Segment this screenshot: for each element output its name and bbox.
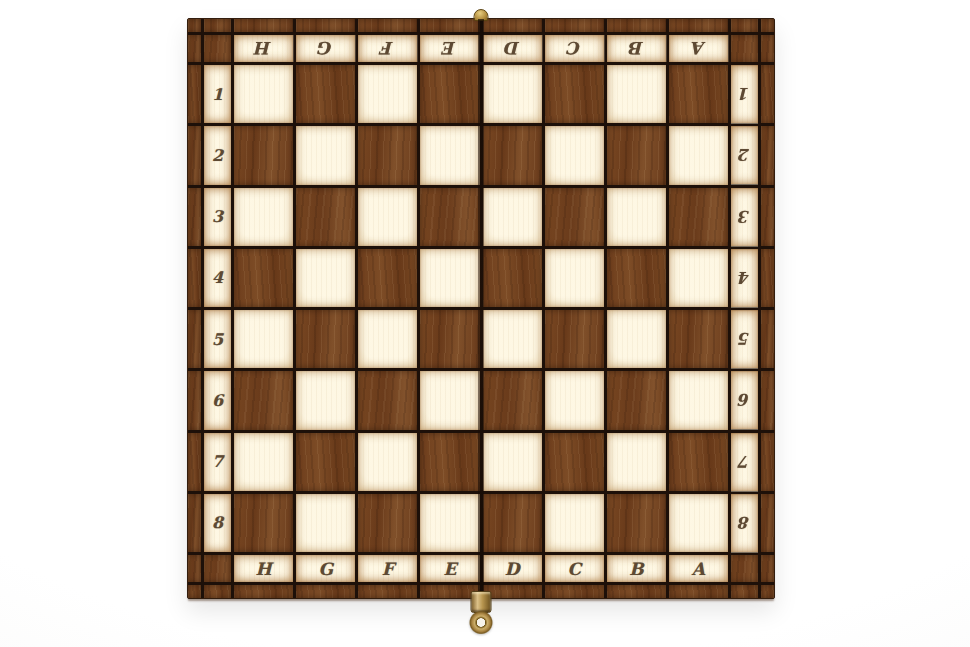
frame-rim-segment <box>761 126 774 184</box>
frame-rim-segment <box>761 19 774 32</box>
square-d4[interactable] <box>483 249 542 307</box>
rank-label-right-1: 1 <box>731 65 758 123</box>
frame-rim-segment <box>188 19 201 32</box>
rank-label-left-4: 4 <box>204 249 231 307</box>
file-label-top-d: D <box>483 35 542 62</box>
square-e5[interactable] <box>420 310 479 368</box>
square-f2[interactable] <box>358 126 417 184</box>
frame-corner <box>731 555 758 582</box>
square-b5[interactable] <box>607 310 666 368</box>
square-h2[interactable] <box>234 126 293 184</box>
file-label-bottom-c: C <box>545 555 604 582</box>
frame-rim-segment <box>234 19 293 32</box>
rank-label-right-8: 8 <box>731 494 758 552</box>
square-a7[interactable] <box>669 433 728 491</box>
rank-label-right-7: 7 <box>731 433 758 491</box>
file-label-top-a: A <box>669 35 728 62</box>
frame-rim-segment <box>669 19 728 32</box>
frame-rim-segment <box>761 188 774 246</box>
square-h3[interactable] <box>234 188 293 246</box>
frame-rim-segment <box>188 371 201 429</box>
square-d1[interactable] <box>483 65 542 123</box>
file-label-top-f: F <box>358 35 417 62</box>
frame-rim-segment <box>545 19 604 32</box>
photo-scene: HGFEDCBA1122334455667788HGFEDCBA <box>0 0 970 647</box>
square-a2[interactable] <box>669 126 728 184</box>
square-g5[interactable] <box>296 310 355 368</box>
frame-rim-segment <box>761 35 774 62</box>
square-g7[interactable] <box>296 433 355 491</box>
square-c3[interactable] <box>545 188 604 246</box>
square-e8[interactable] <box>420 494 479 552</box>
square-b2[interactable] <box>607 126 666 184</box>
file-label-bottom-f: F <box>358 555 417 582</box>
frame-rim-segment <box>731 19 758 32</box>
square-g3[interactable] <box>296 188 355 246</box>
square-a1[interactable] <box>669 65 728 123</box>
file-label-bottom-a: A <box>669 555 728 582</box>
frame-rim-segment <box>761 371 774 429</box>
square-a8[interactable] <box>669 494 728 552</box>
square-g8[interactable] <box>296 494 355 552</box>
square-c5[interactable] <box>545 310 604 368</box>
frame-rim-segment <box>204 585 231 598</box>
square-d6[interactable] <box>483 371 542 429</box>
file-label-bottom-h: H <box>234 555 293 582</box>
frame-rim-segment <box>188 310 201 368</box>
frame-rim-segment <box>188 585 201 598</box>
square-b8[interactable] <box>607 494 666 552</box>
file-label-top-h: H <box>234 35 293 62</box>
square-g2[interactable] <box>296 126 355 184</box>
square-d5[interactable] <box>483 310 542 368</box>
frame-rim-segment <box>761 494 774 552</box>
rank-label-right-2: 2 <box>731 126 758 184</box>
rank-label-left-3: 3 <box>204 188 231 246</box>
frame-rim-segment <box>358 19 417 32</box>
rank-label-left-1: 1 <box>204 65 231 123</box>
square-b1[interactable] <box>607 65 666 123</box>
rank-label-right-5: 5 <box>731 310 758 368</box>
frame-corner <box>204 555 231 582</box>
frame-rim-segment <box>761 585 774 598</box>
square-c4[interactable] <box>545 249 604 307</box>
frame-rim-segment <box>188 65 201 123</box>
file-label-bottom-e: E <box>420 555 479 582</box>
file-label-bottom-b: B <box>607 555 666 582</box>
square-d8[interactable] <box>483 494 542 552</box>
square-a3[interactable] <box>669 188 728 246</box>
square-d7[interactable] <box>483 433 542 491</box>
frame-rim-segment <box>761 249 774 307</box>
square-a4[interactable] <box>669 249 728 307</box>
frame-rim-segment <box>761 433 774 491</box>
frame-rim-segment <box>761 310 774 368</box>
square-b7[interactable] <box>607 433 666 491</box>
square-a5[interactable] <box>669 310 728 368</box>
frame-rim-segment <box>420 19 479 32</box>
clasp-ring-icon <box>469 610 494 635</box>
square-a6[interactable] <box>669 371 728 429</box>
file-label-bottom-g: G <box>296 555 355 582</box>
frame-rim-segment <box>188 555 201 582</box>
square-f5[interactable] <box>358 310 417 368</box>
rank-label-left-6: 6 <box>204 371 231 429</box>
frame-rim-segment <box>204 19 231 32</box>
square-e7[interactable] <box>420 433 479 491</box>
frame-rim-segment <box>761 65 774 123</box>
rank-label-left-8: 8 <box>204 494 231 552</box>
square-h1[interactable] <box>234 65 293 123</box>
square-e3[interactable] <box>420 188 479 246</box>
square-d3[interactable] <box>483 188 542 246</box>
frame-rim-segment <box>607 19 666 32</box>
rank-label-right-3: 3 <box>731 188 758 246</box>
frame-rim-segment <box>188 433 201 491</box>
square-e4[interactable] <box>420 249 479 307</box>
square-b6[interactable] <box>607 371 666 429</box>
file-label-top-e: E <box>420 35 479 62</box>
file-label-top-b: B <box>607 35 666 62</box>
square-f1[interactable] <box>358 65 417 123</box>
square-f4[interactable] <box>358 249 417 307</box>
square-c8[interactable] <box>545 494 604 552</box>
rank-label-left-2: 2 <box>204 126 231 184</box>
square-b4[interactable] <box>607 249 666 307</box>
frame-corner <box>731 35 758 62</box>
square-d2[interactable] <box>483 126 542 184</box>
frame-rim-segment <box>669 585 728 598</box>
square-h7[interactable] <box>234 433 293 491</box>
frame-rim-segment <box>483 19 542 32</box>
square-g6[interactable] <box>296 371 355 429</box>
square-e6[interactable] <box>420 371 479 429</box>
square-g1[interactable] <box>296 65 355 123</box>
square-f8[interactable] <box>358 494 417 552</box>
frame-rim-segment <box>358 585 417 598</box>
square-c6[interactable] <box>545 371 604 429</box>
square-h6[interactable] <box>234 371 293 429</box>
square-g4[interactable] <box>296 249 355 307</box>
frame-rim-segment <box>545 585 604 598</box>
rank-label-left-5: 5 <box>204 310 231 368</box>
square-c7[interactable] <box>545 433 604 491</box>
square-e1[interactable] <box>420 65 479 123</box>
rank-label-left-7: 7 <box>204 433 231 491</box>
square-f3[interactable] <box>358 188 417 246</box>
rank-label-right-6: 6 <box>731 371 758 429</box>
frame-rim-segment <box>188 188 201 246</box>
square-c2[interactable] <box>545 126 604 184</box>
frame-rim-segment <box>731 585 758 598</box>
square-h8[interactable] <box>234 494 293 552</box>
square-c1[interactable] <box>545 65 604 123</box>
frame-rim-segment <box>296 585 355 598</box>
file-label-top-g: G <box>296 35 355 62</box>
chess-board: HGFEDCBA1122334455667788HGFEDCBA <box>187 18 775 599</box>
frame-rim-segment <box>234 585 293 598</box>
frame-rim-segment <box>188 494 201 552</box>
frame-rim-segment <box>607 585 666 598</box>
frame-rim-segment <box>761 555 774 582</box>
square-b3[interactable] <box>607 188 666 246</box>
square-e2[interactable] <box>420 126 479 184</box>
brass-hinge-knob-icon <box>474 9 489 21</box>
file-label-top-c: C <box>545 35 604 62</box>
brass-clasp <box>469 591 494 635</box>
frame-rim-segment <box>188 35 201 62</box>
frame-corner <box>204 35 231 62</box>
square-f7[interactable] <box>358 433 417 491</box>
frame-rim-segment <box>188 249 201 307</box>
square-h4[interactable] <box>234 249 293 307</box>
square-h5[interactable] <box>234 310 293 368</box>
square-f6[interactable] <box>358 371 417 429</box>
frame-rim-segment <box>188 126 201 184</box>
file-label-bottom-d: D <box>483 555 542 582</box>
frame-rim-segment <box>296 19 355 32</box>
rank-label-right-4: 4 <box>731 249 758 307</box>
